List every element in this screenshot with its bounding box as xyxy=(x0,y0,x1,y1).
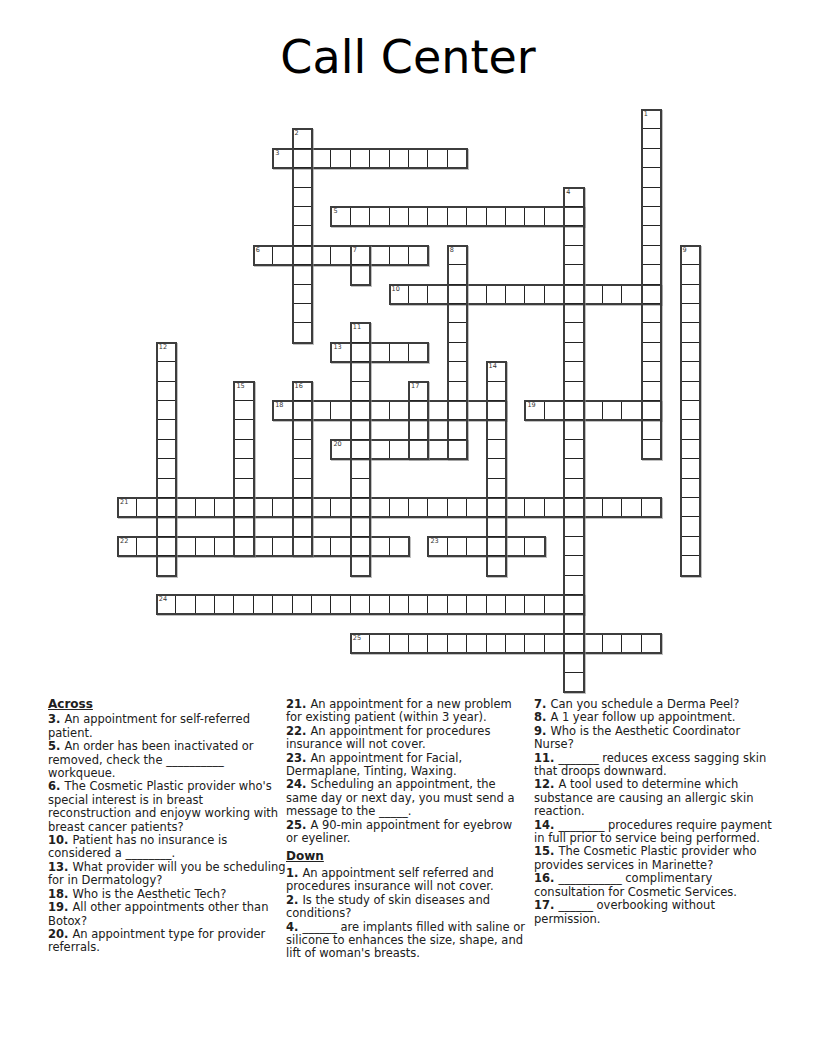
clue-number-2: 2 xyxy=(295,130,299,137)
cell-r6-c9[interactable] xyxy=(293,226,312,245)
cell-r22-c9[interactable] xyxy=(293,537,312,556)
clue-section-header-across: Across xyxy=(48,698,286,711)
cell-r3-c27[interactable] xyxy=(642,168,661,187)
cell-r15-c25[interactable] xyxy=(603,401,622,420)
cell-r5-c27[interactable] xyxy=(642,207,661,226)
cell-r5-c21[interactable] xyxy=(525,207,544,226)
cell-r22-c2[interactable] xyxy=(157,537,176,556)
cell-r11-c23[interactable] xyxy=(564,323,583,342)
cell-r17-c19[interactable] xyxy=(487,440,506,459)
cell-r22-c13[interactable] xyxy=(370,537,389,556)
cell-r5-c23[interactable] xyxy=(564,207,583,226)
cell-r9-c16[interactable] xyxy=(428,285,447,304)
cell-r27-c24[interactable] xyxy=(584,634,603,653)
clue-down-17: 17. ______ overbooking without permissio… xyxy=(534,899,774,926)
cell-r20-c5[interactable] xyxy=(215,498,234,517)
clue-across-6: 6. The Cosmetic Plastic provider who's s… xyxy=(48,780,286,834)
cell-r14-c23[interactable] xyxy=(564,382,583,401)
clue-number-17: 17 xyxy=(411,383,419,390)
cell-r18-c19[interactable] xyxy=(487,459,506,478)
cell-r25-c5[interactable] xyxy=(215,595,234,614)
cell-r27-c23[interactable] xyxy=(564,634,583,653)
cell-r9-c29[interactable] xyxy=(681,285,700,304)
cell-r19-c9[interactable] xyxy=(293,479,312,498)
cell-r25-c22[interactable] xyxy=(545,595,564,614)
cell-r2-c9[interactable] xyxy=(293,149,312,168)
cell-r19-c6[interactable] xyxy=(234,479,253,498)
cell-r15-c26[interactable] xyxy=(622,401,641,420)
cell-r5-c22[interactable] xyxy=(545,207,564,226)
cell-r4-c9[interactable] xyxy=(293,188,312,207)
cell-r25-c10[interactable] xyxy=(312,595,331,614)
clue-number-13: 13 xyxy=(333,344,341,351)
cell-r27-c21[interactable] xyxy=(525,634,544,653)
word-16-down: 16 xyxy=(292,381,313,558)
cell-r25-c16[interactable] xyxy=(428,595,447,614)
cell-r22-c20[interactable] xyxy=(506,537,525,556)
cell-r8-c27[interactable] xyxy=(642,265,661,284)
cell-r13-c23[interactable] xyxy=(564,362,583,381)
cell-r5-c13[interactable] xyxy=(370,207,389,226)
cell-r12-c23[interactable] xyxy=(564,343,583,362)
cell-r1-c27[interactable] xyxy=(642,129,661,148)
cell-r9-c27[interactable] xyxy=(642,285,661,304)
clue-number-20: 20 xyxy=(333,441,341,448)
cell-r23-c23[interactable] xyxy=(564,556,583,575)
cell-r25-c4[interactable] xyxy=(196,595,215,614)
cell-r9-c25[interactable] xyxy=(603,285,622,304)
clues-column-middle: 21. An appointment for a new problem for… xyxy=(286,698,526,961)
cell-r25-c20[interactable] xyxy=(506,595,525,614)
cell-r15-c6[interactable] xyxy=(234,401,253,420)
cell-r22-c19[interactable] xyxy=(487,537,506,556)
cell-r13-c29[interactable] xyxy=(681,362,700,381)
cell-r16-c23[interactable] xyxy=(564,420,583,439)
word-9-down: 9 xyxy=(680,245,701,577)
cell-r14-c27[interactable] xyxy=(642,382,661,401)
clue-down-14: 14. ________ procedures require payment … xyxy=(534,819,774,846)
cell-r27-c14[interactable] xyxy=(390,634,409,653)
clue-number-15: 15 xyxy=(236,383,244,390)
cell-r21-c12[interactable] xyxy=(351,517,370,536)
cell-r23-c29[interactable] xyxy=(681,556,700,575)
cell-r25-c15[interactable] xyxy=(409,595,428,614)
cell-r27-c25[interactable] xyxy=(603,634,622,653)
cell-r18-c6[interactable] xyxy=(234,459,253,478)
cell-r20-c10[interactable] xyxy=(312,498,331,517)
cell-r18-c23[interactable] xyxy=(564,459,583,478)
cell-r21-c9[interactable] xyxy=(293,517,312,536)
cell-r10-c27[interactable] xyxy=(642,304,661,323)
cell-r19-c12[interactable] xyxy=(351,479,370,498)
clue-number-4: 4 xyxy=(566,189,570,196)
cell-r25-c19[interactable] xyxy=(487,595,506,614)
cell-r17-c12[interactable] xyxy=(351,440,370,459)
cell-r25-c8[interactable] xyxy=(273,595,292,614)
cell-r20-c26[interactable] xyxy=(622,498,641,517)
clue-across-18: 18. Who is the Aesthetic Tech? xyxy=(48,888,286,901)
cell-r16-c6[interactable] xyxy=(234,420,253,439)
cell-r2-c13[interactable] xyxy=(370,149,389,168)
cell-r2-c17[interactable] xyxy=(448,149,467,168)
cell-r21-c23[interactable] xyxy=(564,517,583,536)
cell-r12-c17[interactable] xyxy=(448,343,467,362)
cell-r17-c27[interactable] xyxy=(642,440,661,459)
cell-r21-c29[interactable] xyxy=(681,517,700,536)
cell-r15-c17[interactable] xyxy=(448,401,467,420)
cell-r17-c9[interactable] xyxy=(293,440,312,459)
cell-r27-c15[interactable] xyxy=(409,634,428,653)
clue-across-21: 21. An appointment for a new problem for… xyxy=(286,698,526,725)
cell-r5-c16[interactable] xyxy=(428,207,447,226)
cell-r20-c18[interactable] xyxy=(467,498,486,517)
cell-r27-c27[interactable] xyxy=(642,634,661,653)
cell-r15-c18[interactable] xyxy=(467,401,486,420)
cell-r20-c1[interactable] xyxy=(137,498,156,517)
cell-r13-c2[interactable] xyxy=(157,362,176,381)
cell-r14-c12[interactable] xyxy=(351,382,370,401)
cell-r5-c12[interactable] xyxy=(351,207,370,226)
cell-r22-c23[interactable] xyxy=(564,537,583,556)
cell-r5-c18[interactable] xyxy=(467,207,486,226)
cell-r9-c22[interactable] xyxy=(545,285,564,304)
cell-r18-c9[interactable] xyxy=(293,459,312,478)
cell-r17-c17[interactable] xyxy=(448,440,467,459)
cell-r25-c11[interactable] xyxy=(331,595,350,614)
cell-r25-c23[interactable] xyxy=(564,595,583,614)
cell-r22-c11[interactable] xyxy=(331,537,350,556)
cell-r28-c23[interactable] xyxy=(564,653,583,672)
cell-r27-c19[interactable] xyxy=(487,634,506,653)
cell-r20-c24[interactable] xyxy=(584,498,603,517)
clue-across-13: 13. What provider will you be scheduling… xyxy=(48,861,286,888)
cell-r27-c18[interactable] xyxy=(467,634,486,653)
cell-r20-c12[interactable] xyxy=(351,498,370,517)
clue-number-6: 6 xyxy=(256,247,260,254)
cell-r22-c12[interactable] xyxy=(351,537,370,556)
cell-r2-c16[interactable] xyxy=(428,149,447,168)
cell-r14-c29[interactable] xyxy=(681,382,700,401)
cell-r15-c23[interactable] xyxy=(564,401,583,420)
cell-r15-c12[interactable] xyxy=(351,401,370,420)
cell-r17-c16[interactable] xyxy=(428,440,447,459)
cell-r12-c15[interactable] xyxy=(409,343,428,362)
cell-r17-c13[interactable] xyxy=(370,440,389,459)
clue-across-23: 23. An appointment for Facial, Dermaplan… xyxy=(286,752,526,779)
cell-r17-c14[interactable] xyxy=(390,440,409,459)
cell-r13-c27[interactable] xyxy=(642,362,661,381)
clue-number-23: 23 xyxy=(430,538,438,545)
clue-down-1: 1. An appointment self referred and proc… xyxy=(286,867,526,894)
cell-r27-c16[interactable] xyxy=(428,634,447,653)
cell-r9-c24[interactable] xyxy=(584,285,603,304)
clue-section-header-down: Down xyxy=(286,850,526,863)
cell-r27-c26[interactable] xyxy=(622,634,641,653)
cell-r7-c10[interactable] xyxy=(312,246,331,265)
cell-r11-c9[interactable] xyxy=(293,323,312,342)
cell-r13-c12[interactable] xyxy=(351,362,370,381)
cell-r16-c9[interactable] xyxy=(293,420,312,439)
cell-r2-c10[interactable] xyxy=(312,149,331,168)
word-12-down: 12 xyxy=(156,342,177,577)
cell-r25-c3[interactable] xyxy=(176,595,195,614)
clue-number-19: 19 xyxy=(527,402,535,409)
cell-r27-c22[interactable] xyxy=(545,634,564,653)
cell-r20-c13[interactable] xyxy=(370,498,389,517)
cell-r20-c17[interactable] xyxy=(448,498,467,517)
cell-r24-c23[interactable] xyxy=(564,576,583,595)
cell-r14-c2[interactable] xyxy=(157,382,176,401)
cell-r18-c29[interactable] xyxy=(681,459,700,478)
cell-r15-c13[interactable] xyxy=(370,401,389,420)
cell-r22-c29[interactable] xyxy=(681,537,700,556)
cell-r20-c8[interactable] xyxy=(273,498,292,517)
cell-r16-c12[interactable] xyxy=(351,420,370,439)
cell-r22-c8[interactable] xyxy=(273,537,292,556)
cell-r21-c2[interactable] xyxy=(157,517,176,536)
cell-r25-c7[interactable] xyxy=(254,595,273,614)
cell-r9-c9[interactable] xyxy=(293,285,312,304)
cell-r20-c6[interactable] xyxy=(234,498,253,517)
cell-r16-c17[interactable] xyxy=(448,420,467,439)
cell-r19-c23[interactable] xyxy=(564,479,583,498)
cell-r16-c15[interactable] xyxy=(409,420,428,439)
cell-r7-c27[interactable] xyxy=(642,246,661,265)
cell-r20-c15[interactable] xyxy=(409,498,428,517)
cell-r20-c22[interactable] xyxy=(545,498,564,517)
cell-r9-c15[interactable] xyxy=(409,285,428,304)
clue-across-22: 22. An appointment for procedures insura… xyxy=(286,725,526,752)
cell-r23-c2[interactable] xyxy=(157,556,176,575)
cell-r23-c19[interactable] xyxy=(487,556,506,575)
cell-r25-c12[interactable] xyxy=(351,595,370,614)
cell-r20-c3[interactable] xyxy=(176,498,195,517)
cell-r20-c25[interactable] xyxy=(603,498,622,517)
cell-r5-c9[interactable] xyxy=(293,207,312,226)
cell-r16-c29[interactable] xyxy=(681,420,700,439)
cell-r15-c29[interactable] xyxy=(681,401,700,420)
cell-r10-c17[interactable] xyxy=(448,304,467,323)
cell-r27-c17[interactable] xyxy=(448,634,467,653)
cell-r20-c11[interactable] xyxy=(331,498,350,517)
cell-r21-c6[interactable] xyxy=(234,517,253,536)
cell-r20-c2[interactable] xyxy=(157,498,176,517)
word-8-down: 8 xyxy=(447,245,468,460)
cell-r20-c21[interactable] xyxy=(525,498,544,517)
cell-r12-c12[interactable] xyxy=(351,343,370,362)
cell-r6-c23[interactable] xyxy=(564,226,583,245)
clue-across-25: 25. A 90-min appointment for eyebrow or … xyxy=(286,819,526,846)
clues-column-right: 7. Can you schedule a Derma Peel?8. A 1 … xyxy=(534,698,774,926)
clue-down-16: 16. ___________ complimentary consultati… xyxy=(534,872,774,899)
cell-r25-c17[interactable] xyxy=(448,595,467,614)
cell-r23-c12[interactable] xyxy=(351,556,370,575)
cell-r18-c2[interactable] xyxy=(157,459,176,478)
cell-r15-c10[interactable] xyxy=(312,401,331,420)
cell-r17-c2[interactable] xyxy=(157,440,176,459)
clue-down-4: 4. ______ are implants filled with salin… xyxy=(286,921,526,961)
cell-r15-c22[interactable] xyxy=(545,401,564,420)
cell-r15-c19[interactable] xyxy=(487,401,506,420)
clues-column-left: Across3. An appointment for self-referre… xyxy=(48,698,286,955)
cell-r11-c27[interactable] xyxy=(642,323,661,342)
cell-r13-c17[interactable] xyxy=(448,362,467,381)
cell-r18-c12[interactable] xyxy=(351,459,370,478)
cell-r10-c23[interactable] xyxy=(564,304,583,323)
word-15-down: 15 xyxy=(233,381,254,558)
cell-r25-c18[interactable] xyxy=(467,595,486,614)
cell-r22-c5[interactable] xyxy=(215,537,234,556)
clue-down-15: 15. The Cosmetic Plastic provider who pr… xyxy=(534,845,774,872)
clue-across-20: 20. An appointment type for provider ref… xyxy=(48,928,286,955)
cell-r22-c3[interactable] xyxy=(176,537,195,556)
cell-r8-c23[interactable] xyxy=(564,265,583,284)
cell-r22-c1[interactable] xyxy=(137,537,156,556)
cell-r20-c9[interactable] xyxy=(293,498,312,517)
crossword-board: 3561013181920212223242512478911121415161… xyxy=(0,0,816,700)
cell-r17-c29[interactable] xyxy=(681,440,700,459)
cell-r17-c15[interactable] xyxy=(409,440,428,459)
cell-r16-c2[interactable] xyxy=(157,420,176,439)
cell-r20-c19[interactable] xyxy=(487,498,506,517)
clue-number-7: 7 xyxy=(353,247,357,254)
cell-r12-c27[interactable] xyxy=(642,343,661,362)
cell-r15-c27[interactable] xyxy=(642,401,661,420)
cell-r8-c9[interactable] xyxy=(293,265,312,284)
cell-r11-c17[interactable] xyxy=(448,323,467,342)
cell-r7-c13[interactable] xyxy=(370,246,389,265)
clue-number-21: 21 xyxy=(120,499,128,506)
cell-r15-c9[interactable] xyxy=(293,401,312,420)
cell-r20-c23[interactable] xyxy=(564,498,583,517)
cell-r14-c17[interactable] xyxy=(448,382,467,401)
cell-r7-c11[interactable] xyxy=(331,246,350,265)
cell-r27-c13[interactable] xyxy=(370,634,389,653)
cell-r15-c15[interactable] xyxy=(409,401,428,420)
cell-r15-c24[interactable] xyxy=(584,401,603,420)
cell-r2-c14[interactable] xyxy=(390,149,409,168)
cell-r25-c14[interactable] xyxy=(390,595,409,614)
cell-r11-c29[interactable] xyxy=(681,323,700,342)
cell-r14-c19[interactable] xyxy=(487,382,506,401)
cell-r9-c26[interactable] xyxy=(622,285,641,304)
cell-r22-c18[interactable] xyxy=(467,537,486,556)
cell-r25-c9[interactable] xyxy=(293,595,312,614)
cell-r10-c29[interactable] xyxy=(681,304,700,323)
cell-r9-c23[interactable] xyxy=(564,285,583,304)
cell-r21-c19[interactable] xyxy=(487,517,506,536)
cell-r22-c4[interactable] xyxy=(196,537,215,556)
clue-across-10: 10. Patient has no insurance is consider… xyxy=(48,834,286,861)
cell-r16-c27[interactable] xyxy=(642,420,661,439)
cell-r5-c20[interactable] xyxy=(506,207,525,226)
cell-r19-c29[interactable] xyxy=(681,479,700,498)
cell-r6-c27[interactable] xyxy=(642,226,661,245)
cell-r27-c20[interactable] xyxy=(506,634,525,653)
cell-r20-c4[interactable] xyxy=(196,498,215,517)
word-5-across: 5 xyxy=(330,206,584,227)
cell-r5-c14[interactable] xyxy=(390,207,409,226)
cell-r22-c14[interactable] xyxy=(390,537,409,556)
cell-r5-c19[interactable] xyxy=(487,207,506,226)
cell-r9-c21[interactable] xyxy=(525,285,544,304)
cell-r7-c9[interactable] xyxy=(293,246,312,265)
cell-r29-c23[interactable] xyxy=(564,673,583,692)
cell-r20-c16[interactable] xyxy=(428,498,447,517)
cell-r2-c27[interactable] xyxy=(642,149,661,168)
cell-r22-c7[interactable] xyxy=(254,537,273,556)
cell-r8-c12[interactable] xyxy=(351,265,370,284)
cell-r22-c6[interactable] xyxy=(234,537,253,556)
cell-r4-c27[interactable] xyxy=(642,188,661,207)
cell-r15-c11[interactable] xyxy=(331,401,350,420)
clue-down-8: 8. A 1 year follow up appointment. xyxy=(534,711,774,724)
cell-r26-c23[interactable] xyxy=(564,614,583,633)
cell-r3-c9[interactable] xyxy=(293,168,312,187)
cell-r20-c29[interactable] xyxy=(681,498,700,517)
cell-r20-c20[interactable] xyxy=(506,498,525,517)
cell-r5-c15[interactable] xyxy=(409,207,428,226)
cell-r7-c14[interactable] xyxy=(390,246,409,265)
clue-number-12: 12 xyxy=(159,344,167,351)
cell-r9-c18[interactable] xyxy=(467,285,486,304)
cell-r22-c10[interactable] xyxy=(312,537,331,556)
cell-r17-c6[interactable] xyxy=(234,440,253,459)
cell-r16-c19[interactable] xyxy=(487,420,506,439)
cell-r20-c14[interactable] xyxy=(390,498,409,517)
word-6-across: 6 xyxy=(253,245,430,266)
cell-r12-c29[interactable] xyxy=(681,343,700,362)
cell-r8-c29[interactable] xyxy=(681,265,700,284)
cell-r25-c6[interactable] xyxy=(234,595,253,614)
cell-r17-c23[interactable] xyxy=(564,440,583,459)
cell-r9-c19[interactable] xyxy=(487,285,506,304)
cell-r15-c14[interactable] xyxy=(390,401,409,420)
clue-number-9: 9 xyxy=(683,247,687,254)
cell-r12-c14[interactable] xyxy=(390,343,409,362)
cell-r22-c21[interactable] xyxy=(525,537,544,556)
cell-r19-c2[interactable] xyxy=(157,479,176,498)
clue-down-9: 9. Who is the Aesthetic Coordinator Nurs… xyxy=(534,725,774,752)
cell-r9-c20[interactable] xyxy=(506,285,525,304)
word-7-down: 7 xyxy=(350,245,371,286)
clue-number-24: 24 xyxy=(159,596,167,603)
cell-r5-c17[interactable] xyxy=(448,207,467,226)
cell-r22-c17[interactable] xyxy=(448,537,467,556)
cell-r2-c12[interactable] xyxy=(351,149,370,168)
cell-r20-c7[interactable] xyxy=(254,498,273,517)
cell-r9-c17[interactable] xyxy=(448,285,467,304)
cell-r15-c2[interactable] xyxy=(157,401,176,420)
cell-r2-c15[interactable] xyxy=(409,149,428,168)
clue-down-12: 12. A tool used to determine which subst… xyxy=(534,778,774,818)
cell-r7-c23[interactable] xyxy=(564,246,583,265)
cell-r20-c27[interactable] xyxy=(642,498,661,517)
cell-r19-c19[interactable] xyxy=(487,479,506,498)
cell-r10-c9[interactable] xyxy=(293,304,312,323)
cell-r8-c17[interactable] xyxy=(448,265,467,284)
cell-r15-c16[interactable] xyxy=(428,401,447,420)
cell-r7-c8[interactable] xyxy=(273,246,292,265)
cell-r25-c13[interactable] xyxy=(370,595,389,614)
cell-r25-c21[interactable] xyxy=(525,595,544,614)
cell-r2-c11[interactable] xyxy=(331,149,350,168)
clue-number-16: 16 xyxy=(295,383,303,390)
word-14-down: 14 xyxy=(486,361,507,576)
cell-r12-c13[interactable] xyxy=(370,343,389,362)
cell-r7-c15[interactable] xyxy=(409,246,428,265)
clue-number-22: 22 xyxy=(120,538,128,545)
